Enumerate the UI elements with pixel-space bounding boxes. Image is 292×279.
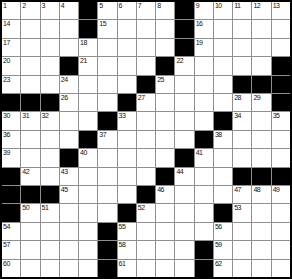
clue-number-51: 51 (42, 204, 49, 212)
black-cell-r10c1 (2, 168, 20, 185)
clue-number-16: 16 (196, 20, 203, 28)
black-cell-r9c4 (60, 149, 78, 166)
cell-r14c7[interactable]: 58 (118, 241, 136, 258)
cell-r3c5[interactable]: 18 (79, 39, 97, 56)
puzzle-page: 1234567891011121314151617181920212223242… (0, 0, 292, 279)
cell-r2c11[interactable]: 16 (195, 20, 213, 37)
cell-r9c15[interactable] (272, 149, 290, 166)
cell-r14c4[interactable] (60, 241, 78, 258)
black-cell-r9c10 (175, 149, 193, 166)
clue-number-27: 27 (138, 94, 145, 102)
cell-r1c4[interactable]: 4 (60, 2, 78, 19)
cell-r10c11[interactable] (195, 168, 213, 185)
cell-r5c11[interactable] (195, 76, 213, 93)
cell-r13c7[interactable]: 55 (118, 223, 136, 240)
cell-r2c4[interactable] (60, 20, 78, 37)
cell-r5c3[interactable] (41, 76, 59, 93)
clue-number-45: 45 (61, 186, 68, 194)
cell-r8c7[interactable] (118, 131, 136, 148)
cell-r4c5[interactable]: 21 (79, 57, 97, 74)
cell-r6c14[interactable]: 29 (252, 94, 270, 111)
cell-r10c6[interactable] (98, 168, 116, 185)
cell-r12c6[interactable] (98, 204, 116, 221)
cell-r6c9[interactable] (156, 94, 174, 111)
cell-r7c7[interactable]: 33 (118, 112, 136, 129)
cell-r14c5[interactable] (79, 241, 97, 258)
cell-r8c2[interactable] (21, 131, 39, 148)
cell-r2c1[interactable]: 14 (2, 20, 20, 37)
cell-r8c13[interactable] (233, 131, 251, 148)
clue-number-53: 53 (234, 204, 241, 212)
cell-r2c13[interactable] (233, 20, 251, 37)
cell-r8c14[interactable] (252, 131, 270, 148)
clue-number-12: 12 (253, 2, 260, 10)
cell-r11c9[interactable]: 46 (156, 186, 174, 203)
cell-r9c12[interactable] (214, 149, 232, 166)
clue-number-31: 31 (22, 112, 29, 120)
cell-r8c9[interactable] (156, 131, 174, 148)
black-cell-r4c15 (272, 57, 290, 74)
cell-r12c9[interactable] (156, 204, 174, 221)
cell-r3c11[interactable]: 19 (195, 39, 213, 56)
clue-number-6: 6 (119, 2, 122, 10)
cell-r6c5[interactable] (79, 94, 97, 111)
black-cell-r10c15 (272, 168, 290, 185)
clue-number-24: 24 (61, 76, 68, 84)
cell-r6c11[interactable] (195, 94, 213, 111)
clue-number-46: 46 (157, 186, 164, 194)
clue-number-15: 15 (99, 20, 106, 28)
cell-r15c12[interactable]: 62 (214, 260, 232, 277)
cell-r13c8[interactable] (137, 223, 155, 240)
black-cell-r5c13 (233, 76, 251, 93)
clue-number-34: 34 (234, 112, 241, 120)
cell-r6c10[interactable] (175, 94, 193, 111)
cell-r14c14[interactable] (252, 241, 270, 258)
cell-r14c10[interactable] (175, 241, 193, 258)
clue-number-2: 2 (22, 2, 25, 10)
cell-r12c2[interactable]: 50 (21, 204, 39, 221)
cell-r9c11[interactable]: 41 (195, 149, 213, 166)
black-cell-r15c6 (98, 260, 116, 277)
cell-r4c10[interactable]: 22 (175, 57, 193, 74)
cell-r2c12[interactable] (214, 20, 232, 37)
cell-r3c8[interactable] (137, 39, 155, 56)
cell-r2c6[interactable]: 15 (98, 20, 116, 37)
clue-number-10: 10 (215, 2, 222, 10)
cell-r2c9[interactable] (156, 20, 174, 37)
clue-number-19: 19 (196, 39, 203, 47)
clue-number-59: 59 (215, 241, 222, 249)
cell-r13c3[interactable] (41, 223, 59, 240)
cell-r15c9[interactable] (156, 260, 174, 277)
cell-r11c11[interactable] (195, 186, 213, 203)
cell-r7c11[interactable] (195, 112, 213, 129)
cell-r15c1[interactable]: 60 (2, 260, 20, 277)
cell-r9c14[interactable] (252, 149, 270, 166)
clue-number-61: 61 (119, 260, 126, 268)
cell-r15c8[interactable] (137, 260, 155, 277)
cell-r6c8[interactable]: 27 (137, 94, 155, 111)
cell-r7c15[interactable]: 35 (272, 112, 290, 129)
black-cell-r12c7 (118, 204, 136, 221)
cell-r14c2[interactable] (21, 241, 39, 258)
cell-r7c1[interactable]: 30 (2, 112, 20, 129)
cell-r7c3[interactable]: 32 (41, 112, 59, 129)
black-cell-r5c15 (272, 76, 290, 93)
clue-number-49: 49 (273, 186, 280, 194)
clue-number-25: 25 (157, 76, 164, 84)
black-cell-r4c9 (156, 57, 174, 74)
cell-r11c4[interactable]: 45 (60, 186, 78, 203)
clue-number-9: 9 (196, 2, 199, 10)
clue-number-50: 50 (22, 204, 29, 212)
clue-number-8: 8 (157, 2, 160, 10)
black-cell-r6c7 (118, 94, 136, 111)
clue-number-44: 44 (176, 168, 183, 176)
clue-number-56: 56 (215, 223, 222, 231)
cell-r4c7[interactable] (118, 57, 136, 74)
cell-r7c8[interactable] (137, 112, 155, 129)
cell-r7c2[interactable]: 31 (21, 112, 39, 129)
cell-r10c12[interactable] (214, 168, 232, 185)
black-cell-r7c6 (98, 112, 116, 129)
black-cell-r11c1 (2, 186, 20, 203)
cell-r8c3[interactable] (41, 131, 59, 148)
black-cell-r6c15 (272, 94, 290, 111)
cell-r9c9[interactable] (156, 149, 174, 166)
cell-r14c1[interactable]: 57 (2, 241, 20, 258)
clue-number-57: 57 (3, 241, 10, 249)
cell-r3c7[interactable] (118, 39, 136, 56)
cell-r13c13[interactable] (233, 223, 251, 240)
clue-number-47: 47 (234, 186, 241, 194)
cell-r10c5[interactable] (79, 168, 97, 185)
cell-r3c14[interactable] (252, 39, 270, 56)
cell-r4c1[interactable]: 20 (2, 57, 20, 74)
cell-r5c2[interactable] (21, 76, 39, 93)
cell-r1c12[interactable]: 10 (214, 2, 232, 19)
cell-r4c14[interactable] (252, 57, 270, 74)
cell-r15c15[interactable] (272, 260, 290, 277)
cell-r9c7[interactable] (118, 149, 136, 166)
cell-r8c1[interactable]: 36 (2, 131, 20, 148)
cell-r8c15[interactable] (272, 131, 290, 148)
clue-number-20: 20 (3, 57, 10, 65)
clue-number-42: 42 (22, 168, 29, 176)
black-cell-r10c13 (233, 168, 251, 185)
cell-r12c8[interactable]: 52 (137, 204, 155, 221)
cell-r15c3[interactable] (41, 260, 59, 277)
cell-r9c13[interactable] (233, 149, 251, 166)
clue-number-30: 30 (3, 112, 10, 120)
cell-r12c11[interactable] (195, 204, 213, 221)
clue-number-32: 32 (42, 112, 49, 120)
cell-r8c12[interactable]: 38 (214, 131, 232, 148)
black-cell-r1c5 (79, 2, 97, 19)
cell-r3c13[interactable] (233, 39, 251, 56)
black-cell-r11c3 (41, 186, 59, 203)
cell-r14c3[interactable] (41, 241, 59, 258)
cell-r10c8[interactable] (137, 168, 155, 185)
cell-r13c11[interactable] (195, 223, 213, 240)
cell-r4c3[interactable] (41, 57, 59, 74)
cell-r11c7[interactable] (118, 186, 136, 203)
clue-number-43: 43 (61, 168, 68, 176)
black-cell-r13c6 (98, 223, 116, 240)
cell-r8c4[interactable] (60, 131, 78, 148)
cell-r9c8[interactable] (137, 149, 155, 166)
cell-r1c1[interactable]: 1 (2, 2, 20, 19)
cell-r8c10[interactable] (175, 131, 193, 148)
cell-r7c10[interactable] (175, 112, 193, 129)
cell-r11c12[interactable] (214, 186, 232, 203)
cell-r15c13[interactable] (233, 260, 251, 277)
clue-number-3: 3 (42, 2, 45, 10)
cell-r4c6[interactable] (98, 57, 116, 74)
clue-number-54: 54 (3, 223, 10, 231)
clue-number-33: 33 (119, 112, 126, 120)
black-cell-r8c11 (195, 131, 213, 148)
cell-r15c14[interactable] (252, 260, 270, 277)
cell-r2c3[interactable] (41, 20, 59, 37)
cell-r12c13[interactable]: 53 (233, 204, 251, 221)
clue-number-52: 52 (138, 204, 145, 212)
clue-number-29: 29 (253, 94, 260, 102)
cell-r1c8[interactable]: 7 (137, 2, 155, 19)
cell-r6c4[interactable]: 26 (60, 94, 78, 111)
clue-number-62: 62 (215, 260, 222, 268)
cell-r13c14[interactable] (252, 223, 270, 240)
cell-r15c10[interactable] (175, 260, 193, 277)
clue-number-13: 13 (273, 2, 280, 10)
cell-r13c4[interactable] (60, 223, 78, 240)
cell-r3c4[interactable] (60, 39, 78, 56)
cell-r12c10[interactable] (175, 204, 193, 221)
black-cell-r15c11 (195, 260, 213, 277)
black-cell-r3c10 (175, 39, 193, 56)
cell-r4c11[interactable] (195, 57, 213, 74)
cell-r9c5[interactable]: 40 (79, 149, 97, 166)
black-cell-r11c8 (137, 186, 155, 203)
black-cell-r6c1 (2, 94, 20, 111)
cell-r1c15[interactable]: 13 (272, 2, 290, 19)
black-cell-r5c8 (137, 76, 155, 93)
cell-r12c3[interactable]: 51 (41, 204, 59, 221)
cell-r13c12[interactable]: 56 (214, 223, 232, 240)
cell-r7c13[interactable]: 34 (233, 112, 251, 129)
cell-r13c9[interactable] (156, 223, 174, 240)
cell-r12c15[interactable] (272, 204, 290, 221)
clue-number-18: 18 (80, 39, 87, 47)
cell-r15c2[interactable] (21, 260, 39, 277)
cell-r3c1[interactable]: 17 (2, 39, 20, 56)
black-cell-r11c2 (21, 186, 39, 203)
cell-r1c9[interactable]: 8 (156, 2, 174, 19)
cell-r8c8[interactable] (137, 131, 155, 148)
cell-r2c7[interactable] (118, 20, 136, 37)
cell-r2c8[interactable] (137, 20, 155, 37)
clue-number-41: 41 (196, 149, 203, 157)
cell-r13c5[interactable] (79, 223, 97, 240)
black-cell-r12c12 (214, 204, 232, 221)
black-cell-r2c5 (79, 20, 97, 37)
black-cell-r8c5 (79, 131, 97, 148)
cell-r14c15[interactable] (272, 241, 290, 258)
cell-r4c12[interactable] (214, 57, 232, 74)
cell-r1c2[interactable]: 2 (21, 2, 39, 19)
black-cell-r2c10 (175, 20, 193, 37)
cell-r13c15[interactable] (272, 223, 290, 240)
clue-number-1: 1 (3, 2, 6, 10)
clue-number-40: 40 (80, 149, 87, 157)
cell-r11c13[interactable]: 47 (233, 186, 251, 203)
cell-r10c3[interactable] (41, 168, 59, 185)
cell-r1c7[interactable]: 6 (118, 2, 136, 19)
cell-r7c14[interactable] (252, 112, 270, 129)
cell-r3c6[interactable] (98, 39, 116, 56)
clue-number-7: 7 (138, 2, 141, 10)
cell-r4c13[interactable] (233, 57, 251, 74)
cell-r6c6[interactable] (98, 94, 116, 111)
cell-r5c9[interactable]: 25 (156, 76, 174, 93)
cell-r5c7[interactable] (118, 76, 136, 93)
cell-r11c15[interactable]: 49 (272, 186, 290, 203)
cell-r1c3[interactable]: 3 (41, 2, 59, 19)
clue-number-26: 26 (61, 94, 68, 102)
cell-r9c3[interactable] (41, 149, 59, 166)
cell-r11c14[interactable]: 48 (252, 186, 270, 203)
cell-r13c1[interactable]: 54 (2, 223, 20, 240)
cell-r7c5[interactable] (79, 112, 97, 129)
cell-r3c3[interactable] (41, 39, 59, 56)
black-cell-r7c12 (214, 112, 232, 129)
cell-r1c14[interactable]: 12 (252, 2, 270, 19)
clue-number-60: 60 (3, 260, 10, 268)
cell-r5c5[interactable] (79, 76, 97, 93)
clue-number-23: 23 (3, 76, 10, 84)
cell-r5c10[interactable] (175, 76, 193, 93)
cell-r10c7[interactable] (118, 168, 136, 185)
cell-r13c10[interactable] (175, 223, 193, 240)
clue-number-11: 11 (234, 2, 240, 10)
black-cell-r5c14 (252, 76, 270, 93)
cell-r9c2[interactable] (21, 149, 39, 166)
black-cell-r14c6 (98, 241, 116, 258)
cell-r1c11[interactable]: 9 (195, 2, 213, 19)
cell-r9c6[interactable] (98, 149, 116, 166)
cell-r8c6[interactable]: 37 (98, 131, 116, 148)
black-cell-r6c2 (21, 94, 39, 111)
cell-r2c15[interactable] (272, 20, 290, 37)
cell-r10c10[interactable]: 44 (175, 168, 193, 185)
cell-r12c14[interactable] (252, 204, 270, 221)
cell-r5c1[interactable]: 23 (2, 76, 20, 93)
cell-r15c5[interactable] (79, 260, 97, 277)
cell-r2c14[interactable] (252, 20, 270, 37)
clue-number-58: 58 (119, 241, 126, 249)
cell-r7c9[interactable] (156, 112, 174, 129)
cell-r9c1[interactable]: 39 (2, 149, 20, 166)
cell-r14c13[interactable] (233, 241, 251, 258)
black-cell-r12c1 (2, 204, 20, 221)
cell-r12c4[interactable] (60, 204, 78, 221)
black-cell-r1c10 (175, 2, 193, 19)
clue-number-22: 22 (176, 57, 183, 65)
clue-number-36: 36 (3, 131, 10, 139)
cell-r14c12[interactable]: 59 (214, 241, 232, 258)
clue-number-35: 35 (273, 112, 280, 120)
cell-r11c5[interactable] (79, 186, 97, 203)
cell-r4c2[interactable] (21, 57, 39, 74)
clue-number-14: 14 (3, 20, 10, 28)
cell-r10c4[interactable]: 43 (60, 168, 78, 185)
cell-r14c9[interactable] (156, 241, 174, 258)
clue-number-4: 4 (61, 2, 64, 10)
black-cell-r4c4 (60, 57, 78, 74)
clue-number-17: 17 (3, 39, 10, 47)
clue-number-39: 39 (3, 149, 10, 157)
cell-r11c10[interactable] (175, 186, 193, 203)
cell-r4c8[interactable] (137, 57, 155, 74)
clue-number-5: 5 (99, 2, 102, 10)
cell-r3c12[interactable] (214, 39, 232, 56)
cell-r12c5[interactable] (79, 204, 97, 221)
cell-r1c13[interactable]: 11 (233, 2, 251, 19)
cell-r3c15[interactable] (272, 39, 290, 56)
cell-r14c8[interactable] (137, 241, 155, 258)
cell-r5c12[interactable] (214, 76, 232, 93)
clue-number-28: 28 (234, 94, 241, 102)
cell-r6c12[interactable] (214, 94, 232, 111)
cell-r11c6[interactable] (98, 186, 116, 203)
crossword-grid: 1234567891011121314151617181920212223242… (0, 0, 292, 279)
clue-number-38: 38 (215, 131, 222, 139)
cell-r15c4[interactable] (60, 260, 78, 277)
cell-r10c2[interactable]: 42 (21, 168, 39, 185)
black-cell-r10c14 (252, 168, 270, 185)
cell-r13c2[interactable] (21, 223, 39, 240)
clue-number-37: 37 (99, 131, 106, 139)
cell-r6c13[interactable]: 28 (233, 94, 251, 111)
clue-number-55: 55 (119, 223, 126, 231)
cell-r1c6[interactable]: 5 (98, 2, 116, 19)
cell-r3c2[interactable] (21, 39, 39, 56)
cell-r7c4[interactable] (60, 112, 78, 129)
cell-r2c2[interactable] (21, 20, 39, 37)
black-cell-r6c3 (41, 94, 59, 111)
cell-r5c6[interactable] (98, 76, 116, 93)
cell-r15c7[interactable]: 61 (118, 260, 136, 277)
clue-number-48: 48 (253, 186, 260, 194)
clue-number-21: 21 (80, 57, 87, 65)
cell-r5c4[interactable]: 24 (60, 76, 78, 93)
cell-r3c9[interactable] (156, 39, 174, 56)
black-cell-r10c9 (156, 168, 174, 185)
black-cell-r14c11 (195, 241, 213, 258)
